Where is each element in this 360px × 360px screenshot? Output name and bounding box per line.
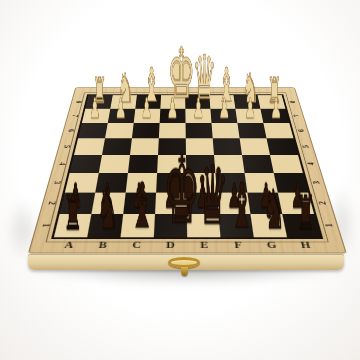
file-label: G xyxy=(254,240,290,252)
rank-label: 6 xyxy=(286,127,315,134)
piece-dark-king: ♚ xyxy=(154,214,187,237)
file-label: B xyxy=(85,240,121,252)
rank-label: 5 xyxy=(290,143,320,151)
file-label: H xyxy=(288,240,325,252)
clasp-pin-icon xyxy=(181,267,188,276)
piece-dark-knight: ♞ xyxy=(250,214,287,237)
file-label: A xyxy=(50,240,86,252)
rank-label: 7 xyxy=(61,112,88,119)
photo-background: ABCDEFGH 12345678 12345678 ♜♞♝♚♛♝♞♜♟♟♟♟♟… xyxy=(0,0,360,360)
file-labels: ABCDEFGH xyxy=(50,240,324,252)
rank-label: 7 xyxy=(282,112,309,119)
rank-label: 6 xyxy=(57,127,85,134)
piece-dark-knight: ♞ xyxy=(87,214,123,237)
rank-label: 8 xyxy=(65,99,91,105)
piece-dark-bishop: ♝ xyxy=(121,214,155,237)
file-label: E xyxy=(187,240,221,252)
chess-board: ABCDEFGH 12345678 12345678 ♜♞♝♚♛♝♞♜♟♟♟♟♟… xyxy=(28,87,347,253)
piece-dark-rook: ♜ xyxy=(282,214,320,237)
scene: ABCDEFGH 12345678 12345678 ♜♞♝♚♛♝♞♜♟♟♟♟♟… xyxy=(0,0,360,360)
rank-label: 8 xyxy=(279,99,305,105)
file-label: D xyxy=(153,240,187,252)
piece-dark-rook: ♜ xyxy=(54,214,92,237)
file-label: C xyxy=(119,240,154,252)
rank-label: 5 xyxy=(52,143,82,151)
file-label: F xyxy=(221,240,256,252)
